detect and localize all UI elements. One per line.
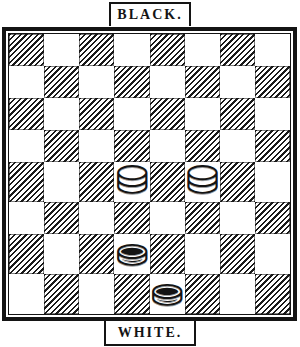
board-grid: ⛁⛁⛂⛂ bbox=[9, 34, 290, 314]
square-r8c2[interactable] bbox=[44, 274, 79, 314]
square-r5c2[interactable] bbox=[44, 162, 79, 202]
square-r2c4[interactable] bbox=[114, 66, 149, 98]
square-r4c1[interactable] bbox=[9, 130, 44, 162]
square-r2c5[interactable] bbox=[150, 66, 185, 98]
square-r4c5[interactable] bbox=[150, 130, 185, 162]
square-r1c4[interactable] bbox=[114, 34, 149, 66]
square-r1c8[interactable] bbox=[255, 34, 290, 66]
square-r1c1[interactable] bbox=[9, 34, 44, 66]
square-r6c2[interactable] bbox=[44, 202, 79, 234]
square-r3c5[interactable] bbox=[150, 98, 185, 130]
square-r3c6[interactable] bbox=[185, 98, 220, 130]
square-r2c3[interactable] bbox=[79, 66, 114, 98]
square-r6c3[interactable] bbox=[79, 202, 114, 234]
square-r8c3[interactable] bbox=[79, 274, 114, 314]
square-r1c3[interactable] bbox=[79, 34, 114, 66]
square-r6c5[interactable] bbox=[150, 202, 185, 234]
black-side-label: BLACK. bbox=[109, 2, 191, 26]
square-r4c7[interactable] bbox=[220, 130, 255, 162]
square-r7c7[interactable] bbox=[220, 234, 255, 274]
white-side-label-text: WHITE. bbox=[118, 325, 183, 341]
square-r1c5[interactable] bbox=[150, 34, 185, 66]
square-r7c8[interactable] bbox=[255, 234, 290, 274]
square-r7c4[interactable]: ⛂ bbox=[114, 234, 149, 274]
square-r6c1[interactable] bbox=[9, 202, 44, 234]
square-r5c4[interactable]: ⛁ bbox=[114, 162, 149, 202]
square-r8c8[interactable] bbox=[255, 274, 290, 314]
square-r8c5[interactable]: ⛂ bbox=[150, 274, 185, 314]
square-r8c7[interactable] bbox=[220, 274, 255, 314]
square-r5c3[interactable] bbox=[79, 162, 114, 202]
square-r5c6[interactable]: ⛁ bbox=[185, 162, 220, 202]
square-r4c3[interactable] bbox=[79, 130, 114, 162]
square-r7c2[interactable] bbox=[44, 234, 79, 274]
square-r2c8[interactable] bbox=[255, 66, 290, 98]
square-r7c3[interactable] bbox=[79, 234, 114, 274]
checkers-diagram: BLACK. ⛁⛁⛂⛂ WHITE. bbox=[0, 0, 300, 347]
square-r8c6[interactable] bbox=[185, 274, 220, 314]
white-king-piece[interactable]: ⛁ bbox=[185, 160, 219, 200]
square-r8c4[interactable] bbox=[114, 274, 149, 314]
square-r6c6[interactable] bbox=[185, 202, 220, 234]
square-r3c2[interactable] bbox=[44, 98, 79, 130]
square-r8c1[interactable] bbox=[9, 274, 44, 314]
square-r1c6[interactable] bbox=[185, 34, 220, 66]
square-r1c7[interactable] bbox=[220, 34, 255, 66]
white-side-label: WHITE. bbox=[104, 321, 196, 346]
checkers-board: ⛁⛁⛂⛂ bbox=[2, 27, 297, 321]
square-r7c5[interactable] bbox=[150, 234, 185, 274]
square-r3c7[interactable] bbox=[220, 98, 255, 130]
square-r7c1[interactable] bbox=[9, 234, 44, 274]
square-r5c1[interactable] bbox=[9, 162, 44, 202]
square-r3c4[interactable] bbox=[114, 98, 149, 130]
square-r4c8[interactable] bbox=[255, 130, 290, 162]
square-r7c6[interactable] bbox=[185, 234, 220, 274]
square-r3c1[interactable] bbox=[9, 98, 44, 130]
board-inner-frame: ⛁⛁⛂⛂ bbox=[8, 33, 291, 315]
square-r2c6[interactable] bbox=[185, 66, 220, 98]
square-r2c2[interactable] bbox=[44, 66, 79, 98]
black-man-piece[interactable]: ⛂ bbox=[115, 232, 149, 272]
square-r4c2[interactable] bbox=[44, 130, 79, 162]
black-man-piece[interactable]: ⛂ bbox=[150, 272, 184, 312]
square-r6c7[interactable] bbox=[220, 202, 255, 234]
square-r1c2[interactable] bbox=[44, 34, 79, 66]
square-r3c3[interactable] bbox=[79, 98, 114, 130]
black-side-label-text: BLACK. bbox=[117, 7, 182, 23]
square-r2c1[interactable] bbox=[9, 66, 44, 98]
square-r5c5[interactable] bbox=[150, 162, 185, 202]
square-r2c7[interactable] bbox=[220, 66, 255, 98]
square-r3c8[interactable] bbox=[255, 98, 290, 130]
square-r5c8[interactable] bbox=[255, 162, 290, 202]
white-king-piece[interactable]: ⛁ bbox=[115, 160, 149, 200]
square-r5c7[interactable] bbox=[220, 162, 255, 202]
square-r6c8[interactable] bbox=[255, 202, 290, 234]
